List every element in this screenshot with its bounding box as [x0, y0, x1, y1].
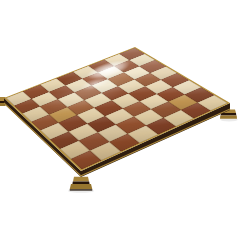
right-foot-dark-band: [221, 113, 237, 116]
near-foot-dark-band: [72, 182, 89, 185]
product-photo: [0, 0, 240, 240]
right-foot-gold-base: [220, 116, 237, 119]
near-foot-gold-band: [73, 177, 89, 182]
near-foot-base-edge: [70, 189, 93, 190]
near-foot-gold-base: [70, 184, 93, 189]
